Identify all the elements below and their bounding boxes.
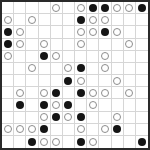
white-pearl — [113, 77, 121, 85]
cell-r8c11[interactable] — [124, 87, 136, 99]
cell-r1c1[interactable] — [2, 2, 14, 14]
cell-r4c3[interactable] — [26, 39, 38, 51]
cell-r1c5[interactable] — [51, 2, 63, 14]
cell-r2c12[interactable] — [136, 14, 148, 26]
cell-r3c2[interactable] — [14, 26, 26, 38]
black-pearl — [4, 40, 12, 48]
black-pearl — [77, 113, 85, 121]
cell-r4c4[interactable] — [39, 39, 51, 51]
cell-r7c11[interactable] — [124, 75, 136, 87]
cell-r5c5[interactable] — [51, 51, 63, 63]
white-pearl — [77, 77, 85, 85]
white-pearl — [89, 28, 97, 36]
cell-r1c10[interactable] — [112, 2, 124, 14]
cell-r6c7[interactable] — [75, 63, 87, 75]
white-pearl — [64, 64, 72, 72]
cell-r10c4[interactable] — [39, 112, 51, 124]
cell-r11c1[interactable] — [2, 124, 14, 136]
white-pearl — [52, 4, 60, 12]
white-pearl — [52, 138, 60, 146]
cell-r12c11[interactable] — [124, 136, 136, 148]
cell-r1c6[interactable] — [63, 2, 75, 14]
white-pearl — [28, 125, 36, 133]
cell-r7c4[interactable] — [39, 75, 51, 87]
cell-r9c3[interactable] — [26, 99, 38, 111]
white-pearl — [52, 52, 60, 60]
white-pearl — [16, 125, 24, 133]
cell-r3c4[interactable] — [39, 26, 51, 38]
white-pearl — [16, 28, 24, 36]
cell-r6c3[interactable] — [26, 63, 38, 75]
cell-r9c11[interactable] — [124, 99, 136, 111]
black-pearl — [101, 4, 109, 12]
cell-r6c6[interactable] — [63, 63, 75, 75]
cell-r8c7[interactable] — [75, 87, 87, 99]
cell-r10c5[interactable] — [51, 112, 63, 124]
cell-r8c9[interactable] — [99, 87, 111, 99]
cell-r5c12[interactable] — [136, 51, 148, 63]
cell-r2c1[interactable] — [2, 14, 14, 26]
white-pearl — [40, 138, 48, 146]
cell-r10c8[interactable] — [87, 112, 99, 124]
white-pearl — [16, 89, 24, 97]
black-pearl — [52, 113, 60, 121]
cell-r3c8[interactable] — [87, 26, 99, 38]
masyu-board — [0, 0, 150, 150]
cell-r9c5[interactable] — [51, 99, 63, 111]
white-pearl — [113, 4, 121, 12]
cell-r11c12[interactable] — [136, 124, 148, 136]
cell-r5c11[interactable] — [124, 51, 136, 63]
cell-r12c1[interactable] — [2, 136, 14, 148]
cell-r4c8[interactable] — [87, 39, 99, 51]
cell-r4c10[interactable] — [112, 39, 124, 51]
white-pearl — [77, 40, 85, 48]
cell-r11c9[interactable] — [99, 124, 111, 136]
white-pearl — [125, 4, 133, 12]
cell-r7c3[interactable] — [26, 75, 38, 87]
cell-r2c10[interactable] — [112, 14, 124, 26]
cell-r12c10[interactable] — [112, 136, 124, 148]
cell-r4c1[interactable] — [2, 39, 14, 51]
cell-r12c5[interactable] — [51, 136, 63, 148]
cell-r6c4[interactable] — [39, 63, 51, 75]
white-pearl — [89, 101, 97, 109]
cell-r5c6[interactable] — [63, 51, 75, 63]
cell-r8c10[interactable] — [112, 87, 124, 99]
cell-r1c12[interactable] — [136, 2, 148, 14]
cell-r2c3[interactable] — [26, 14, 38, 26]
white-pearl — [89, 138, 97, 146]
white-pearl — [4, 125, 12, 133]
white-pearl — [101, 52, 109, 60]
white-pearl — [77, 28, 85, 36]
cell-r1c9[interactable] — [99, 2, 111, 14]
cell-r8c5[interactable] — [51, 87, 63, 99]
cell-r9c8[interactable] — [87, 99, 99, 111]
cell-r12c6[interactable] — [63, 136, 75, 148]
white-pearl — [77, 125, 85, 133]
cell-r2c8[interactable] — [87, 14, 99, 26]
cell-r6c12[interactable] — [136, 63, 148, 75]
black-pearl — [138, 138, 146, 146]
cell-r10c10[interactable] — [112, 112, 124, 124]
cell-r8c3[interactable] — [26, 87, 38, 99]
cell-r9c12[interactable] — [136, 99, 148, 111]
white-pearl — [89, 89, 97, 97]
cell-r5c2[interactable] — [14, 51, 26, 63]
white-pearl — [52, 101, 60, 109]
cell-r11c6[interactable] — [63, 124, 75, 136]
white-pearl — [101, 16, 109, 24]
cell-r10c12[interactable] — [136, 112, 148, 124]
cell-r12c2[interactable] — [14, 136, 26, 148]
cell-r11c8[interactable] — [87, 124, 99, 136]
cell-r6c11[interactable] — [124, 63, 136, 75]
cell-r10c7[interactable] — [75, 112, 87, 124]
white-pearl — [125, 40, 133, 48]
cell-r10c1[interactable] — [2, 112, 14, 124]
cell-r6c5[interactable] — [51, 63, 63, 75]
cell-r11c5[interactable] — [51, 124, 63, 136]
cell-r7c9[interactable] — [99, 75, 111, 87]
cell-r3c12[interactable] — [136, 26, 148, 38]
white-pearl — [40, 113, 48, 121]
white-pearl — [28, 64, 36, 72]
black-pearl — [77, 89, 85, 97]
white-pearl — [125, 89, 133, 97]
cell-r7c10[interactable] — [112, 75, 124, 87]
white-pearl — [40, 89, 48, 97]
cell-r1c2[interactable] — [14, 2, 26, 14]
white-pearl — [4, 52, 12, 60]
cell-r12c3[interactable] — [26, 136, 38, 148]
cell-r9c10[interactable] — [112, 99, 124, 111]
cell-r11c7[interactable] — [75, 124, 87, 136]
cell-r12c4[interactable] — [39, 136, 51, 148]
cell-r10c2[interactable] — [14, 112, 26, 124]
cell-r3c11[interactable] — [124, 26, 136, 38]
cell-r6c1[interactable] — [2, 63, 14, 75]
black-pearl — [77, 138, 85, 146]
cell-r2c7[interactable] — [75, 14, 87, 26]
cell-r2c11[interactable] — [124, 14, 136, 26]
cell-r4c6[interactable] — [63, 39, 75, 51]
black-pearl — [40, 101, 48, 109]
cell-r2c6[interactable] — [63, 14, 75, 26]
puzzle-grid — [2, 2, 148, 148]
cell-r7c7[interactable] — [75, 75, 87, 87]
cell-r4c12[interactable] — [136, 39, 148, 51]
cell-r3c1[interactable] — [2, 26, 14, 38]
black-pearl — [52, 89, 60, 97]
cell-r11c11[interactable] — [124, 124, 136, 136]
cell-r7c12[interactable] — [136, 75, 148, 87]
white-pearl — [113, 28, 121, 36]
cell-r4c5[interactable] — [51, 39, 63, 51]
cell-r9c9[interactable] — [99, 99, 111, 111]
cell-r6c10[interactable] — [112, 63, 124, 75]
cell-r8c6[interactable] — [63, 87, 75, 99]
cell-r2c2[interactable] — [14, 14, 26, 26]
cell-r12c7[interactable] — [75, 136, 87, 148]
cell-r5c3[interactable] — [26, 51, 38, 63]
white-pearl — [4, 16, 12, 24]
cell-r7c5[interactable] — [51, 75, 63, 87]
black-pearl — [77, 64, 85, 72]
cell-r2c5[interactable] — [51, 14, 63, 26]
cell-r4c7[interactable] — [75, 39, 87, 51]
white-pearl — [101, 64, 109, 72]
cell-r7c6[interactable] — [63, 75, 75, 87]
cell-r3c6[interactable] — [63, 26, 75, 38]
cell-r10c9[interactable] — [99, 112, 111, 124]
cell-r5c1[interactable] — [2, 51, 14, 63]
cell-r3c9[interactable] — [99, 26, 111, 38]
cell-r10c6[interactable] — [63, 112, 75, 124]
white-pearl — [101, 89, 109, 97]
cell-r8c12[interactable] — [136, 87, 148, 99]
cell-r1c4[interactable] — [39, 2, 51, 14]
cell-r11c3[interactable] — [26, 124, 38, 136]
black-pearl — [64, 101, 72, 109]
cell-r2c9[interactable] — [99, 14, 111, 26]
white-pearl — [28, 16, 36, 24]
cell-r12c8[interactable] — [87, 136, 99, 148]
cell-r10c11[interactable] — [124, 112, 136, 124]
cell-r11c10[interactable] — [112, 124, 124, 136]
cell-r5c8[interactable] — [87, 51, 99, 63]
cell-r9c1[interactable] — [2, 99, 14, 111]
cell-r11c4[interactable] — [39, 124, 51, 136]
black-pearl — [77, 16, 85, 24]
cell-r6c9[interactable] — [99, 63, 111, 75]
cell-r1c11[interactable] — [124, 2, 136, 14]
black-pearl — [113, 125, 121, 133]
cell-r8c8[interactable] — [87, 87, 99, 99]
cell-r3c5[interactable] — [51, 26, 63, 38]
cell-r8c2[interactable] — [14, 87, 26, 99]
cell-r3c7[interactable] — [75, 26, 87, 38]
cell-r2c4[interactable] — [39, 14, 51, 26]
cell-r5c10[interactable] — [112, 51, 124, 63]
black-pearl — [16, 101, 24, 109]
cell-r9c2[interactable] — [14, 99, 26, 111]
cell-r11c2[interactable] — [14, 124, 26, 136]
cell-r4c11[interactable] — [124, 39, 136, 51]
black-pearl — [64, 77, 72, 85]
black-pearl — [89, 4, 97, 12]
cell-r4c2[interactable] — [14, 39, 26, 51]
white-pearl — [16, 40, 24, 48]
black-pearl — [40, 125, 48, 133]
white-pearl — [113, 113, 121, 121]
black-pearl — [101, 28, 109, 36]
cell-r8c1[interactable] — [2, 87, 14, 99]
cell-r7c8[interactable] — [87, 75, 99, 87]
cell-r3c10[interactable] — [112, 26, 124, 38]
cell-r5c9[interactable] — [99, 51, 111, 63]
cell-r6c2[interactable] — [14, 63, 26, 75]
black-pearl — [40, 52, 48, 60]
cell-r1c8[interactable] — [87, 2, 99, 14]
white-pearl — [77, 4, 85, 12]
cell-r6c8[interactable] — [87, 63, 99, 75]
cell-r12c9[interactable] — [99, 136, 111, 148]
cell-r9c4[interactable] — [39, 99, 51, 111]
black-pearl — [4, 28, 12, 36]
cell-r3c3[interactable] — [26, 26, 38, 38]
black-pearl — [28, 138, 36, 146]
cell-r1c3[interactable] — [26, 2, 38, 14]
white-pearl — [40, 40, 48, 48]
cell-r4c9[interactable] — [99, 39, 111, 51]
cell-r12c12[interactable] — [136, 136, 148, 148]
cell-r7c1[interactable] — [2, 75, 14, 87]
cell-r1c7[interactable] — [75, 2, 87, 14]
cell-r8c4[interactable] — [39, 87, 51, 99]
cell-r9c6[interactable] — [63, 99, 75, 111]
black-pearl — [138, 4, 146, 12]
cell-r7c2[interactable] — [14, 75, 26, 87]
white-pearl — [89, 16, 97, 24]
cell-r5c4[interactable] — [39, 51, 51, 63]
cell-r9c7[interactable] — [75, 99, 87, 111]
cell-r5c7[interactable] — [75, 51, 87, 63]
white-pearl — [101, 125, 109, 133]
cell-r10c3[interactable] — [26, 112, 38, 124]
white-pearl — [64, 113, 72, 121]
